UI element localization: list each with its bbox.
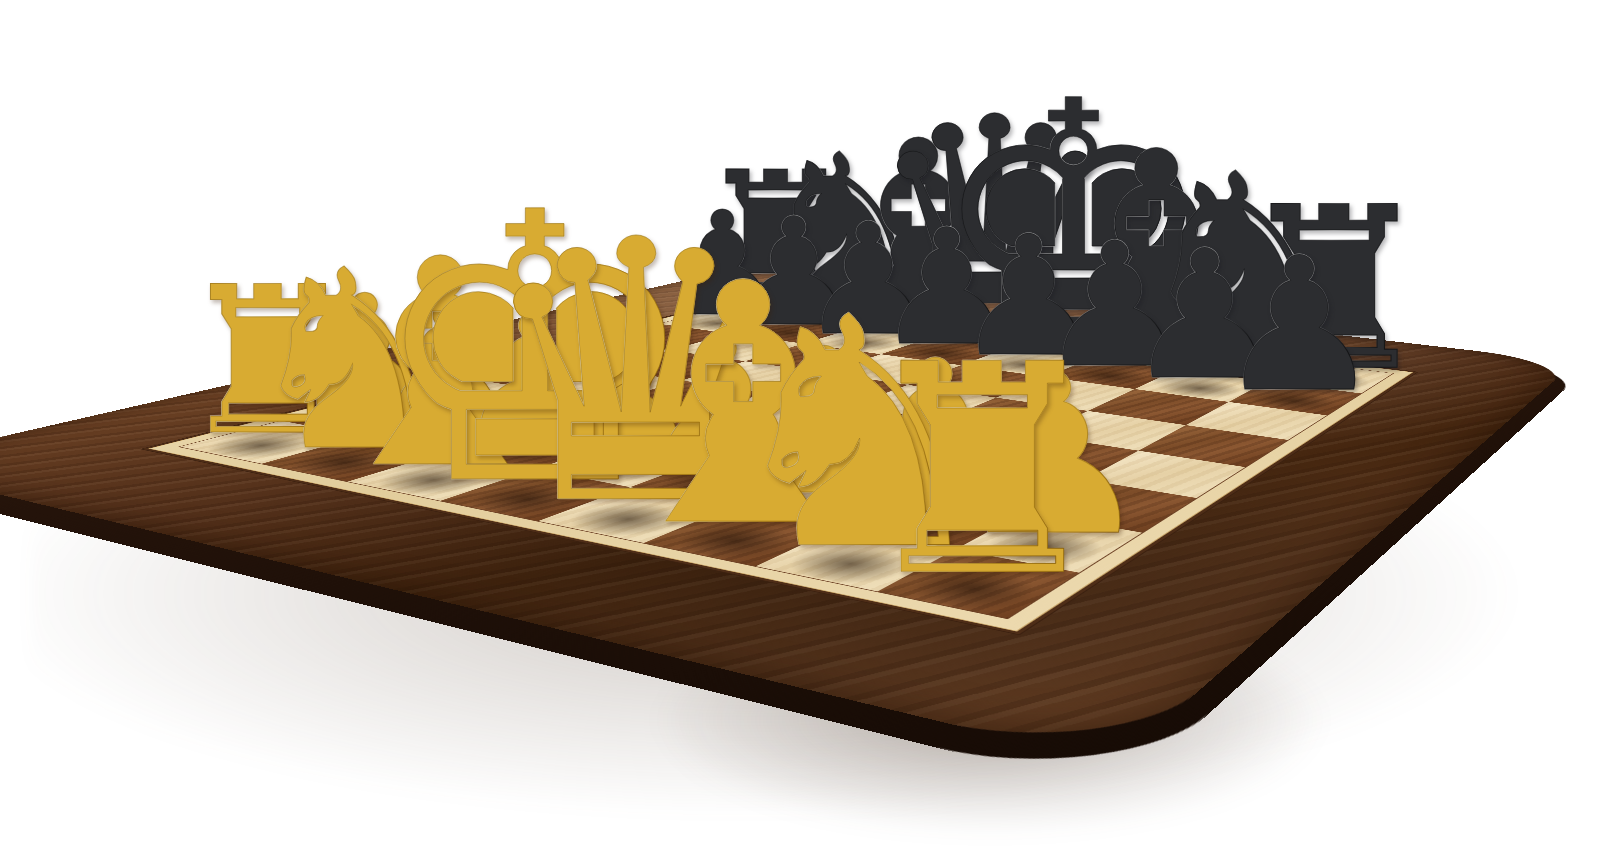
chess-set-photo: ♜♞♝♚♛♝♞♜♟♟♟♟♟♟♟♟♟♟♟♟♟♟♟♟♜♞♝♛♚♝♞♜ (0, 0, 1600, 865)
